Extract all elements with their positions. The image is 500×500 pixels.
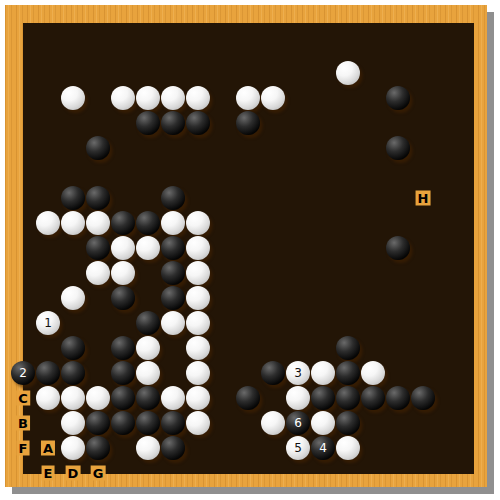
point-Q19[interactable] [386, 11, 411, 36]
point-K7[interactable] [236, 311, 261, 336]
point-H6[interactable] [186, 336, 211, 361]
point-L10[interactable] [261, 236, 286, 261]
point-O15[interactable] [336, 111, 361, 136]
stone-black-D12[interactable] [86, 186, 110, 210]
point-S15[interactable] [436, 111, 461, 136]
point-O17[interactable] [336, 61, 361, 86]
point-N8[interactable] [311, 286, 336, 311]
point-E8[interactable] [111, 286, 136, 311]
point-L16[interactable] [261, 86, 286, 111]
stone-black-G12[interactable] [161, 186, 185, 210]
point-H13[interactable] [186, 161, 211, 186]
point-G13[interactable] [161, 161, 186, 186]
point-T14[interactable] [461, 136, 486, 161]
point-K14[interactable] [236, 136, 261, 161]
stone-black-F15[interactable] [136, 111, 160, 135]
point-H5[interactable] [186, 361, 211, 386]
point-O3[interactable] [336, 411, 361, 436]
point-R16[interactable] [411, 86, 436, 111]
stone-white-L16[interactable] [261, 86, 285, 110]
stone-white-O17[interactable] [336, 61, 360, 85]
point-O11[interactable] [336, 211, 361, 236]
point-B6[interactable] [36, 336, 61, 361]
point-Q7[interactable] [386, 311, 411, 336]
point-A18[interactable] [11, 36, 36, 61]
stone-white-C8[interactable] [61, 286, 85, 310]
stone-white-B11[interactable] [36, 211, 60, 235]
point-Q2[interactable] [386, 436, 411, 461]
stone-white-E10[interactable] [111, 236, 135, 260]
point-P9[interactable] [361, 261, 386, 286]
point-F3[interactable] [136, 411, 161, 436]
point-F19[interactable] [136, 11, 161, 36]
point-B5[interactable] [36, 361, 61, 386]
point-M8[interactable] [286, 286, 311, 311]
point-M2[interactable]: 5 [286, 436, 311, 461]
point-H15[interactable] [186, 111, 211, 136]
stone-white-M4[interactable] [286, 386, 310, 410]
point-E9[interactable] [111, 261, 136, 286]
point-T10[interactable] [461, 236, 486, 261]
point-G12[interactable] [161, 186, 186, 211]
point-L17[interactable] [261, 61, 286, 86]
point-H1[interactable] [186, 461, 211, 486]
point-N7[interactable] [311, 311, 336, 336]
point-N18[interactable] [311, 36, 336, 61]
point-T9[interactable] [461, 261, 486, 286]
stone-black-E3[interactable] [111, 411, 135, 435]
point-J6[interactable] [211, 336, 236, 361]
point-H2[interactable] [186, 436, 211, 461]
stone-black-Q16[interactable] [386, 86, 410, 110]
point-T1[interactable] [461, 461, 486, 486]
point-H3[interactable] [186, 411, 211, 436]
stone-black-Q10[interactable] [386, 236, 410, 260]
point-F12[interactable] [136, 186, 161, 211]
point-D2[interactable] [86, 436, 111, 461]
point-H16[interactable] [186, 86, 211, 111]
point-G1[interactable] [161, 461, 186, 486]
point-A7[interactable] [11, 311, 36, 336]
point-B17[interactable] [36, 61, 61, 86]
point-S7[interactable] [436, 311, 461, 336]
stone-black-D10[interactable] [86, 236, 110, 260]
point-G18[interactable] [161, 36, 186, 61]
point-O8[interactable] [336, 286, 361, 311]
point-Q8[interactable] [386, 286, 411, 311]
point-K4[interactable] [236, 386, 261, 411]
point-G4[interactable] [161, 386, 186, 411]
point-K15[interactable] [236, 111, 261, 136]
point-J1[interactable] [211, 461, 236, 486]
point-P12[interactable] [361, 186, 386, 211]
point-K16[interactable] [236, 86, 261, 111]
point-J2[interactable] [211, 436, 236, 461]
point-K19[interactable] [236, 11, 261, 36]
point-J3[interactable] [211, 411, 236, 436]
point-C19[interactable] [61, 11, 86, 36]
point-N2[interactable]: 4 [311, 436, 336, 461]
point-Q3[interactable] [386, 411, 411, 436]
stone-black-E4[interactable] [111, 386, 135, 410]
point-H12[interactable] [186, 186, 211, 211]
point-G17[interactable] [161, 61, 186, 86]
point-K6[interactable] [236, 336, 261, 361]
point-H8[interactable] [186, 286, 211, 311]
point-F5[interactable] [136, 361, 161, 386]
stone-white-M2[interactable]: 5 [286, 436, 310, 460]
stone-black-E8[interactable] [111, 286, 135, 310]
point-S4[interactable] [436, 386, 461, 411]
point-M15[interactable] [286, 111, 311, 136]
point-S13[interactable] [436, 161, 461, 186]
point-R2[interactable] [411, 436, 436, 461]
point-D10[interactable] [86, 236, 111, 261]
point-R8[interactable] [411, 286, 436, 311]
stone-black-E5[interactable] [111, 361, 135, 385]
point-A16[interactable] [11, 86, 36, 111]
point-T8[interactable] [461, 286, 486, 311]
point-F15[interactable] [136, 111, 161, 136]
point-H17[interactable] [186, 61, 211, 86]
stone-black-G10[interactable] [161, 236, 185, 260]
point-O6[interactable] [336, 336, 361, 361]
point-G16[interactable] [161, 86, 186, 111]
point-O9[interactable] [336, 261, 361, 286]
stone-white-C2[interactable] [61, 436, 85, 460]
stone-white-G4[interactable] [161, 386, 185, 410]
point-K11[interactable] [236, 211, 261, 236]
point-S11[interactable] [436, 211, 461, 236]
stone-black-G9[interactable] [161, 261, 185, 285]
point-N3[interactable] [311, 411, 336, 436]
point-H19[interactable] [186, 11, 211, 36]
point-A13[interactable] [11, 161, 36, 186]
point-E3[interactable] [111, 411, 136, 436]
point-D7[interactable] [86, 311, 111, 336]
stone-black-D14[interactable] [86, 136, 110, 160]
point-P18[interactable] [361, 36, 386, 61]
point-J8[interactable] [211, 286, 236, 311]
point-S12[interactable] [436, 186, 461, 211]
stone-black-G8[interactable] [161, 286, 185, 310]
stone-black-H15[interactable] [186, 111, 210, 135]
stone-white-F6[interactable] [136, 336, 160, 360]
point-N4[interactable] [311, 386, 336, 411]
point-P7[interactable] [361, 311, 386, 336]
point-M1[interactable] [286, 461, 311, 486]
point-A3[interactable]: B [11, 411, 36, 436]
stone-white-E16[interactable] [111, 86, 135, 110]
stone-white-H6[interactable] [186, 336, 210, 360]
point-G11[interactable] [161, 211, 186, 236]
point-T16[interactable] [461, 86, 486, 111]
point-S16[interactable] [436, 86, 461, 111]
point-P13[interactable] [361, 161, 386, 186]
point-F4[interactable] [136, 386, 161, 411]
point-M10[interactable] [286, 236, 311, 261]
point-O16[interactable] [336, 86, 361, 111]
point-K9[interactable] [236, 261, 261, 286]
point-E7[interactable] [111, 311, 136, 336]
point-L6[interactable] [261, 336, 286, 361]
stone-white-L3[interactable] [261, 411, 285, 435]
point-C2[interactable] [61, 436, 86, 461]
point-L8[interactable] [261, 286, 286, 311]
point-Q9[interactable] [386, 261, 411, 286]
stone-black-A5[interactable]: 2 [11, 361, 35, 385]
point-C12[interactable] [61, 186, 86, 211]
point-P17[interactable] [361, 61, 386, 86]
point-D5[interactable] [86, 361, 111, 386]
point-B2[interactable]: A [36, 436, 61, 461]
point-E2[interactable] [111, 436, 136, 461]
point-H7[interactable] [186, 311, 211, 336]
stone-white-H16[interactable] [186, 86, 210, 110]
point-E18[interactable] [111, 36, 136, 61]
point-M7[interactable] [286, 311, 311, 336]
point-F13[interactable] [136, 161, 161, 186]
point-H11[interactable] [186, 211, 211, 236]
point-P1[interactable] [361, 461, 386, 486]
point-B10[interactable] [36, 236, 61, 261]
point-O13[interactable] [336, 161, 361, 186]
stone-white-G7[interactable] [161, 311, 185, 335]
point-T17[interactable] [461, 61, 486, 86]
point-R4[interactable] [411, 386, 436, 411]
point-D1[interactable]: G [86, 461, 111, 486]
point-G2[interactable] [161, 436, 186, 461]
point-F11[interactable] [136, 211, 161, 236]
point-M13[interactable] [286, 161, 311, 186]
point-M4[interactable] [286, 386, 311, 411]
point-A1[interactable] [11, 461, 36, 486]
point-L3[interactable] [261, 411, 286, 436]
stone-black-N4[interactable] [311, 386, 335, 410]
point-J17[interactable] [211, 61, 236, 86]
point-C3[interactable] [61, 411, 86, 436]
point-F17[interactable] [136, 61, 161, 86]
point-D17[interactable] [86, 61, 111, 86]
point-L18[interactable] [261, 36, 286, 61]
point-T19[interactable] [461, 11, 486, 36]
point-C8[interactable] [61, 286, 86, 311]
point-B19[interactable] [36, 11, 61, 36]
point-P11[interactable] [361, 211, 386, 236]
stone-white-H11[interactable] [186, 211, 210, 235]
stone-white-B7[interactable]: 1 [36, 311, 60, 335]
point-J13[interactable] [211, 161, 236, 186]
point-H18[interactable] [186, 36, 211, 61]
point-R10[interactable] [411, 236, 436, 261]
stone-white-M5[interactable]: 3 [286, 361, 310, 385]
point-F8[interactable] [136, 286, 161, 311]
point-E11[interactable] [111, 211, 136, 236]
point-O12[interactable] [336, 186, 361, 211]
point-R14[interactable] [411, 136, 436, 161]
point-N12[interactable] [311, 186, 336, 211]
stone-white-K16[interactable] [236, 86, 260, 110]
point-R1[interactable] [411, 461, 436, 486]
point-Q16[interactable] [386, 86, 411, 111]
point-Q18[interactable] [386, 36, 411, 61]
point-E6[interactable] [111, 336, 136, 361]
stone-white-H5[interactable] [186, 361, 210, 385]
point-S5[interactable] [436, 361, 461, 386]
stone-black-P4[interactable] [361, 386, 385, 410]
point-O4[interactable] [336, 386, 361, 411]
point-C9[interactable] [61, 261, 86, 286]
point-B11[interactable] [36, 211, 61, 236]
point-J12[interactable] [211, 186, 236, 211]
stone-black-C5[interactable] [61, 361, 85, 385]
point-A4[interactable]: C [11, 386, 36, 411]
point-T15[interactable] [461, 111, 486, 136]
point-G10[interactable] [161, 236, 186, 261]
point-E12[interactable] [111, 186, 136, 211]
point-C11[interactable] [61, 211, 86, 236]
point-C5[interactable] [61, 361, 86, 386]
stone-black-F3[interactable] [136, 411, 160, 435]
point-D3[interactable] [86, 411, 111, 436]
stone-black-C6[interactable] [61, 336, 85, 360]
point-P6[interactable] [361, 336, 386, 361]
point-G9[interactable] [161, 261, 186, 286]
point-F1[interactable] [136, 461, 161, 486]
point-L14[interactable] [261, 136, 286, 161]
point-E17[interactable] [111, 61, 136, 86]
point-K13[interactable] [236, 161, 261, 186]
point-L2[interactable] [261, 436, 286, 461]
point-K3[interactable] [236, 411, 261, 436]
stone-white-F16[interactable] [136, 86, 160, 110]
point-M18[interactable] [286, 36, 311, 61]
point-K2[interactable] [236, 436, 261, 461]
point-S2[interactable] [436, 436, 461, 461]
point-C6[interactable] [61, 336, 86, 361]
point-P4[interactable] [361, 386, 386, 411]
stone-white-B4[interactable] [36, 386, 60, 410]
point-D11[interactable] [86, 211, 111, 236]
point-P5[interactable] [361, 361, 386, 386]
point-F16[interactable] [136, 86, 161, 111]
stone-black-R4[interactable] [411, 386, 435, 410]
point-S10[interactable] [436, 236, 461, 261]
point-J5[interactable] [211, 361, 236, 386]
point-K10[interactable] [236, 236, 261, 261]
point-A8[interactable] [11, 286, 36, 311]
point-M9[interactable] [286, 261, 311, 286]
point-A19[interactable] [11, 11, 36, 36]
point-E5[interactable] [111, 361, 136, 386]
point-C15[interactable] [61, 111, 86, 136]
point-M12[interactable] [286, 186, 311, 211]
point-N10[interactable] [311, 236, 336, 261]
stone-white-D9[interactable] [86, 261, 110, 285]
point-M5[interactable]: 3 [286, 361, 311, 386]
point-E14[interactable] [111, 136, 136, 161]
stone-white-N3[interactable] [311, 411, 335, 435]
point-J10[interactable] [211, 236, 236, 261]
point-E19[interactable] [111, 11, 136, 36]
stone-white-F5[interactable] [136, 361, 160, 385]
stone-white-H3[interactable] [186, 411, 210, 435]
stone-white-H4[interactable] [186, 386, 210, 410]
stone-white-C3[interactable] [61, 411, 85, 435]
point-C18[interactable] [61, 36, 86, 61]
point-G5[interactable] [161, 361, 186, 386]
point-O5[interactable] [336, 361, 361, 386]
stone-white-H7[interactable] [186, 311, 210, 335]
stone-black-F11[interactable] [136, 211, 160, 235]
point-J9[interactable] [211, 261, 236, 286]
point-E13[interactable] [111, 161, 136, 186]
point-A11[interactable] [11, 211, 36, 236]
point-R11[interactable] [411, 211, 436, 236]
point-J11[interactable] [211, 211, 236, 236]
stone-black-Q14[interactable] [386, 136, 410, 160]
point-C13[interactable] [61, 161, 86, 186]
point-S6[interactable] [436, 336, 461, 361]
point-L9[interactable] [261, 261, 286, 286]
stone-black-G3[interactable] [161, 411, 185, 435]
point-N19[interactable] [311, 11, 336, 36]
point-T18[interactable] [461, 36, 486, 61]
point-R15[interactable] [411, 111, 436, 136]
stone-white-C4[interactable] [61, 386, 85, 410]
point-N17[interactable] [311, 61, 336, 86]
stone-white-D4[interactable] [86, 386, 110, 410]
point-Q6[interactable] [386, 336, 411, 361]
stone-white-P5[interactable] [361, 361, 385, 385]
point-L13[interactable] [261, 161, 286, 186]
point-T6[interactable] [461, 336, 486, 361]
stone-white-G11[interactable] [161, 211, 185, 235]
point-N9[interactable] [311, 261, 336, 286]
point-P10[interactable] [361, 236, 386, 261]
point-M16[interactable] [286, 86, 311, 111]
stone-black-O3[interactable] [336, 411, 360, 435]
point-B3[interactable] [36, 411, 61, 436]
point-H4[interactable] [186, 386, 211, 411]
point-F2[interactable] [136, 436, 161, 461]
point-T3[interactable] [461, 411, 486, 436]
point-A14[interactable] [11, 136, 36, 161]
point-A9[interactable] [11, 261, 36, 286]
point-C16[interactable] [61, 86, 86, 111]
point-S19[interactable] [436, 11, 461, 36]
point-S8[interactable] [436, 286, 461, 311]
point-G15[interactable] [161, 111, 186, 136]
point-E15[interactable] [111, 111, 136, 136]
point-O14[interactable] [336, 136, 361, 161]
point-T5[interactable] [461, 361, 486, 386]
point-P2[interactable] [361, 436, 386, 461]
point-N15[interactable] [311, 111, 336, 136]
point-Q10[interactable] [386, 236, 411, 261]
stone-black-E6[interactable] [111, 336, 135, 360]
point-Q5[interactable] [386, 361, 411, 386]
point-O10[interactable] [336, 236, 361, 261]
point-H14[interactable] [186, 136, 211, 161]
stone-black-G15[interactable] [161, 111, 185, 135]
point-O19[interactable] [336, 11, 361, 36]
point-L1[interactable] [261, 461, 286, 486]
stone-black-N2[interactable]: 4 [311, 436, 335, 460]
point-S14[interactable] [436, 136, 461, 161]
point-F18[interactable] [136, 36, 161, 61]
point-G8[interactable] [161, 286, 186, 311]
